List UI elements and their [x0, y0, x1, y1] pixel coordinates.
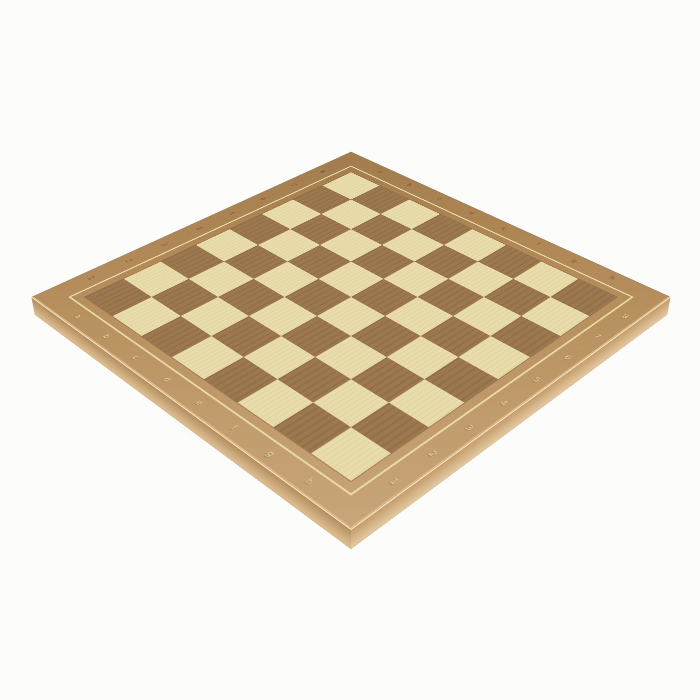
chess-board: abcdefgh abcdefgh 87654321 87654321	[31, 152, 670, 529]
board-top-face: abcdefgh abcdefgh 87654321 87654321	[31, 152, 670, 529]
scene: abcdefgh abcdefgh 87654321 87654321	[0, 0, 700, 700]
